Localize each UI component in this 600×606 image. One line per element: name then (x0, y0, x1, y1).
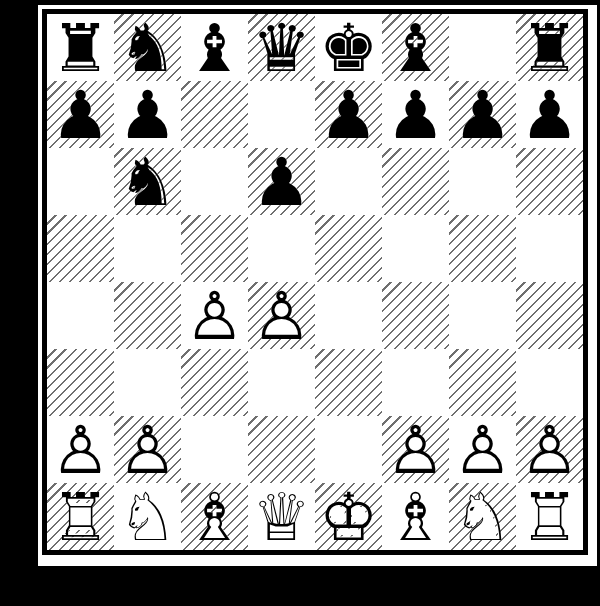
white-knight-icon: ♘ (449, 483, 516, 550)
piece-white-pawn: ♟♙ (382, 416, 449, 483)
white-knight-icon: ♘ (114, 483, 181, 550)
white-pawn-icon: ♙ (248, 282, 315, 349)
piece-white-pawn: ♟♙ (516, 416, 583, 483)
black-pawn-icon: ♟ (114, 81, 181, 148)
square-h6[interactable] (516, 148, 583, 215)
square-b5[interactable] (114, 215, 181, 282)
square-c7[interactable] (181, 81, 248, 148)
square-d5[interactable] (248, 215, 315, 282)
square-g3[interactable] (449, 349, 516, 416)
square-c8[interactable]: ♝ (181, 14, 248, 81)
square-f4[interactable] (382, 282, 449, 349)
square-f3[interactable] (382, 349, 449, 416)
square-f8[interactable]: ♝ (382, 14, 449, 81)
black-bishop-icon: ♝ (181, 14, 248, 81)
white-queen-icon: ♕ (248, 483, 315, 550)
board-border: ♜♞♝♛♚♝♜♟♟♟♟♟♟♞♟♟♙♟♙♟♙♟♙♟♙♟♙♟♙♜♖♞♘♝♗♛♕♚♔♝… (42, 9, 588, 555)
square-f1[interactable]: ♝♗ (382, 483, 449, 550)
square-g5[interactable] (449, 215, 516, 282)
piece-white-pawn: ♟♙ (181, 282, 248, 349)
square-e4[interactable] (315, 282, 382, 349)
black-pawn-icon: ♟ (516, 81, 583, 148)
square-f7[interactable]: ♟ (382, 81, 449, 148)
piece-white-pawn: ♟♙ (114, 416, 181, 483)
square-h3[interactable] (516, 349, 583, 416)
square-d7[interactable] (248, 81, 315, 148)
piece-black-pawn: ♟ (114, 81, 181, 148)
square-b7[interactable]: ♟ (114, 81, 181, 148)
square-b2[interactable]: ♟♙ (114, 416, 181, 483)
piece-white-knight: ♞♘ (114, 483, 181, 550)
white-pawn-icon: ♙ (47, 416, 114, 483)
piece-black-pawn: ♟ (47, 81, 114, 148)
square-b6[interactable]: ♞ (114, 148, 181, 215)
square-a3[interactable] (47, 349, 114, 416)
square-d8[interactable]: ♛ (248, 14, 315, 81)
square-g7[interactable]: ♟ (449, 81, 516, 148)
black-queen-icon: ♛ (248, 14, 315, 81)
piece-black-rook: ♜ (516, 14, 583, 81)
square-h2[interactable]: ♟♙ (516, 416, 583, 483)
black-pawn-icon: ♟ (382, 81, 449, 148)
square-c4[interactable]: ♟♙ (181, 282, 248, 349)
black-bishop-icon: ♝ (382, 14, 449, 81)
square-h1[interactable]: ♜♖ (516, 483, 583, 550)
square-c6[interactable] (181, 148, 248, 215)
square-h7[interactable]: ♟ (516, 81, 583, 148)
black-pawn-icon: ♟ (315, 81, 382, 148)
piece-black-pawn: ♟ (315, 81, 382, 148)
square-b1[interactable]: ♞♘ (114, 483, 181, 550)
piece-black-knight: ♞ (114, 14, 181, 81)
white-rook-icon: ♖ (47, 483, 114, 550)
white-pawn-icon: ♙ (516, 416, 583, 483)
square-d2[interactable] (248, 416, 315, 483)
black-knight-icon: ♞ (114, 148, 181, 215)
square-c1[interactable]: ♝♗ (181, 483, 248, 550)
square-a6[interactable] (47, 148, 114, 215)
square-e1[interactable]: ♚♔ (315, 483, 382, 550)
piece-black-rook: ♜ (47, 14, 114, 81)
square-d6[interactable]: ♟ (248, 148, 315, 215)
square-f6[interactable] (382, 148, 449, 215)
square-h4[interactable] (516, 282, 583, 349)
square-f5[interactable] (382, 215, 449, 282)
square-e3[interactable] (315, 349, 382, 416)
black-knight-icon: ♞ (114, 14, 181, 81)
square-e7[interactable]: ♟ (315, 81, 382, 148)
square-d1[interactable]: ♛♕ (248, 483, 315, 550)
square-d4[interactable]: ♟♙ (248, 282, 315, 349)
piece-white-bishop: ♝♗ (382, 483, 449, 550)
white-bishop-icon: ♗ (181, 483, 248, 550)
square-a7[interactable]: ♟ (47, 81, 114, 148)
black-king-icon: ♚ (315, 14, 382, 81)
white-king-icon: ♔ (315, 483, 382, 550)
white-rook-icon: ♖ (516, 483, 583, 550)
chess-board: ♜♞♝♛♚♝♜♟♟♟♟♟♟♞♟♟♙♟♙♟♙♟♙♟♙♟♙♟♙♜♖♞♘♝♗♛♕♚♔♝… (47, 14, 583, 550)
piece-white-rook: ♜♖ (516, 483, 583, 550)
square-a1[interactable]: ♜♖ (47, 483, 114, 550)
piece-black-pawn: ♟ (449, 81, 516, 148)
white-pawn-icon: ♙ (382, 416, 449, 483)
piece-black-pawn: ♟ (516, 81, 583, 148)
square-a4[interactable] (47, 282, 114, 349)
piece-white-bishop: ♝♗ (181, 483, 248, 550)
piece-white-rook: ♜♖ (47, 483, 114, 550)
square-h5[interactable] (516, 215, 583, 282)
piece-white-pawn: ♟♙ (449, 416, 516, 483)
white-pawn-icon: ♙ (114, 416, 181, 483)
square-d3[interactable] (248, 349, 315, 416)
board-frame: ♜♞♝♛♚♝♜♟♟♟♟♟♟♞♟♟♙♟♙♟♙♟♙♟♙♟♙♟♙♜♖♞♘♝♗♛♕♚♔♝… (38, 5, 597, 566)
square-g1[interactable]: ♞♘ (449, 483, 516, 550)
piece-white-queen: ♛♕ (248, 483, 315, 550)
piece-black-bishop: ♝ (382, 14, 449, 81)
square-h8[interactable]: ♜ (516, 14, 583, 81)
square-c3[interactable] (181, 349, 248, 416)
white-pawn-icon: ♙ (449, 416, 516, 483)
black-pawn-icon: ♟ (47, 81, 114, 148)
white-bishop-icon: ♗ (382, 483, 449, 550)
piece-white-king: ♚♔ (315, 483, 382, 550)
black-pawn-icon: ♟ (449, 81, 516, 148)
square-b8[interactable]: ♞ (114, 14, 181, 81)
square-f2[interactable]: ♟♙ (382, 416, 449, 483)
square-a2[interactable]: ♟♙ (47, 416, 114, 483)
page-background: ♜♞♝♛♚♝♜♟♟♟♟♟♟♞♟♟♙♟♙♟♙♟♙♟♙♟♙♟♙♜♖♞♘♝♗♛♕♚♔♝… (0, 0, 600, 606)
piece-white-pawn: ♟♙ (248, 282, 315, 349)
piece-white-pawn: ♟♙ (47, 416, 114, 483)
black-pawn-icon: ♟ (248, 148, 315, 215)
square-g2[interactable]: ♟♙ (449, 416, 516, 483)
square-e2[interactable] (315, 416, 382, 483)
piece-black-king: ♚ (315, 14, 382, 81)
square-e6[interactable] (315, 148, 382, 215)
piece-black-pawn: ♟ (248, 148, 315, 215)
square-c2[interactable] (181, 416, 248, 483)
square-a8[interactable]: ♜ (47, 14, 114, 81)
square-g4[interactable] (449, 282, 516, 349)
square-b3[interactable] (114, 349, 181, 416)
square-e8[interactable]: ♚ (315, 14, 382, 81)
square-a5[interactable] (47, 215, 114, 282)
piece-black-bishop: ♝ (181, 14, 248, 81)
square-b4[interactable] (114, 282, 181, 349)
piece-black-pawn: ♟ (382, 81, 449, 148)
black-rook-icon: ♜ (47, 14, 114, 81)
black-rook-icon: ♜ (516, 14, 583, 81)
square-c5[interactable] (181, 215, 248, 282)
piece-black-queen: ♛ (248, 14, 315, 81)
square-g8[interactable] (449, 14, 516, 81)
square-e5[interactable] (315, 215, 382, 282)
piece-white-knight: ♞♘ (449, 483, 516, 550)
piece-black-knight: ♞ (114, 148, 181, 215)
white-pawn-icon: ♙ (181, 282, 248, 349)
square-g6[interactable] (449, 148, 516, 215)
